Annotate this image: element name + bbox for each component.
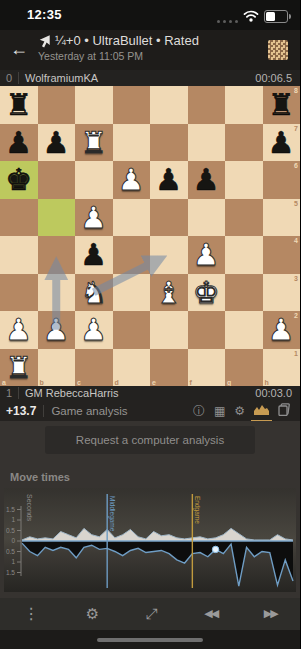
square-g8[interactable] bbox=[225, 86, 263, 124]
menu-button[interactable]: ⋮ bbox=[17, 603, 45, 625]
black-pawn: ♟ bbox=[0, 124, 38, 161]
square-c5[interactable]: ♟ bbox=[75, 199, 113, 237]
square-a1[interactable]: ♜a bbox=[0, 349, 38, 387]
square-e3[interactable]: ♝ bbox=[150, 274, 188, 312]
square-f1[interactable]: f bbox=[188, 349, 226, 387]
board-tab-icon[interactable]: ▦ bbox=[214, 404, 225, 418]
square-e7[interactable] bbox=[150, 124, 188, 162]
square-c2[interactable]: ♟ bbox=[75, 311, 113, 349]
square-e4[interactable] bbox=[150, 236, 188, 274]
square-e6[interactable]: ♟ bbox=[150, 161, 188, 199]
black-pawn: ♟ bbox=[188, 161, 226, 198]
svg-text:0.5: 0.5 bbox=[6, 527, 15, 534]
square-f8[interactable] bbox=[188, 86, 226, 124]
wifi-icon bbox=[243, 10, 259, 22]
square-h2[interactable]: ♟2 bbox=[263, 311, 301, 349]
square-f6[interactable]: ♟ bbox=[188, 161, 226, 199]
move-times-title: Move times bbox=[10, 471, 70, 483]
square-b4[interactable] bbox=[38, 236, 76, 274]
square-d5[interactable] bbox=[113, 199, 151, 237]
game-date: Yesterday at 11:05 PM bbox=[38, 50, 143, 62]
black-pawn: ♟ bbox=[150, 161, 188, 198]
square-c8[interactable] bbox=[75, 86, 113, 124]
svg-text:1: 1 bbox=[11, 558, 15, 565]
square-e5[interactable] bbox=[150, 199, 188, 237]
svg-text:Middlegame: Middlegame bbox=[108, 496, 116, 532]
board-container: ♜♜8♟♟♜♟7♚♟♟♟6♟5♟♟4♞♝♚3♟♟♟♟2♜abcdefgh1 bbox=[0, 86, 300, 386]
player-bottom-name[interactable]: GM RebeccaHarris bbox=[18, 387, 255, 399]
rank-label: 5 bbox=[294, 200, 298, 207]
square-c4[interactable]: ♟ bbox=[75, 236, 113, 274]
white-pawn: ♟ bbox=[0, 311, 38, 348]
square-h7[interactable]: ♟7 bbox=[263, 124, 301, 162]
chess-board: ♜♜8♟♟♜♟7♚♟♟♟6♟5♟♟4♞♝♚3♟♟♟♟2♜abcdefgh1 bbox=[0, 86, 300, 386]
rank-label: 2 bbox=[294, 312, 298, 319]
game-title: ¼+0 • UltraBullet • Rated bbox=[38, 33, 199, 48]
player-top-clock: 00:06.5 bbox=[255, 72, 300, 84]
file-label: a bbox=[2, 379, 6, 386]
book-tab-icon[interactable] bbox=[278, 403, 291, 419]
file-label: b bbox=[40, 379, 44, 386]
square-b3[interactable] bbox=[38, 274, 76, 312]
analysis-label: Game analysis bbox=[43, 405, 193, 417]
rank-label: 4 bbox=[294, 237, 298, 244]
clock-time: 12:35 bbox=[27, 7, 62, 22]
file-label: d bbox=[115, 379, 119, 386]
square-b1[interactable]: b bbox=[38, 349, 76, 387]
square-f7[interactable] bbox=[188, 124, 226, 162]
square-a7[interactable]: ♟ bbox=[0, 124, 38, 162]
rank-label: 7 bbox=[294, 125, 298, 132]
board-thumbnail-icon[interactable] bbox=[268, 40, 288, 60]
square-h6[interactable]: 6 bbox=[263, 161, 301, 199]
file-label: h bbox=[265, 379, 269, 386]
black-king: ♚ bbox=[0, 161, 38, 198]
square-c7[interactable]: ♜ bbox=[75, 124, 113, 162]
engine-tab-icon[interactable]: ⚙ bbox=[234, 404, 245, 418]
bottom-toolbar: ⋮ ⚙ ⤢ ◀◀ ▶▶ bbox=[0, 598, 300, 630]
square-h3[interactable]: 3 bbox=[263, 274, 301, 312]
forward-button[interactable]: ▶▶ bbox=[258, 603, 283, 625]
white-knight: ♞ bbox=[75, 274, 113, 311]
square-a5[interactable] bbox=[0, 199, 38, 237]
square-d7[interactable] bbox=[113, 124, 151, 162]
square-b7[interactable]: ♟ bbox=[38, 124, 76, 162]
square-g5[interactable] bbox=[225, 199, 263, 237]
square-d2[interactable] bbox=[113, 311, 151, 349]
svg-text:0.5: 0.5 bbox=[6, 548, 15, 555]
rank-label: 6 bbox=[294, 162, 298, 169]
white-pawn: ♟ bbox=[188, 236, 226, 273]
file-label: c bbox=[77, 379, 81, 386]
file-label: g bbox=[227, 379, 231, 386]
svg-text:1.5: 1.5 bbox=[6, 506, 15, 513]
svg-text:Seconds: Seconds bbox=[26, 494, 33, 522]
square-g4[interactable] bbox=[225, 236, 263, 274]
svg-text:0: 0 bbox=[11, 537, 15, 544]
black-rook: ♜ bbox=[0, 86, 38, 123]
white-king: ♚ bbox=[188, 274, 226, 311]
square-e2[interactable] bbox=[150, 311, 188, 349]
black-pawn: ♟ bbox=[75, 236, 113, 273]
home-indicator[interactable] bbox=[97, 638, 203, 642]
square-h4[interactable]: 4 bbox=[263, 236, 301, 274]
game-header: ← ¼+0 • UltraBullet • Rated Yesterday at… bbox=[0, 30, 300, 70]
move-times-panel: 1.510.500.511.5SecondsMiddlegameEndgame bbox=[4, 488, 296, 592]
square-d3[interactable] bbox=[113, 274, 151, 312]
white-pawn: ♟ bbox=[113, 161, 151, 198]
player-bottom-score: 1 bbox=[0, 387, 18, 399]
square-b2[interactable]: ♟ bbox=[38, 311, 76, 349]
rank-label: 8 bbox=[294, 87, 298, 94]
white-rook: ♜ bbox=[75, 124, 113, 161]
player-bottom-clock: 00:03.0 bbox=[255, 387, 300, 399]
square-e1[interactable]: e bbox=[150, 349, 188, 387]
player-row-bottom: 1 GM RebeccaHarris 00:03.0 bbox=[0, 386, 300, 400]
info-tab-icon[interactable]: ⓘ bbox=[193, 404, 205, 418]
square-g6[interactable] bbox=[225, 161, 263, 199]
square-c6[interactable] bbox=[75, 161, 113, 199]
rank-label: 1 bbox=[294, 350, 298, 357]
square-g1[interactable]: g bbox=[225, 349, 263, 387]
square-d4[interactable] bbox=[113, 236, 151, 274]
backward-button[interactable]: ◀◀ bbox=[198, 603, 223, 625]
square-f4[interactable]: ♟ bbox=[188, 236, 226, 274]
analysis-bar: +13.7 Game analysis ⓘ ▦ ⚙ bbox=[0, 400, 300, 421]
square-h8[interactable]: ♜8 bbox=[263, 86, 301, 124]
bullet-cursor-icon bbox=[38, 34, 51, 48]
square-a6[interactable]: ♚ bbox=[0, 161, 38, 199]
square-b5[interactable] bbox=[38, 199, 76, 237]
analysis-tabs: ⓘ ▦ ⚙ bbox=[193, 403, 300, 419]
chart-tab-icon[interactable] bbox=[254, 404, 269, 418]
rank-label: 3 bbox=[294, 275, 298, 282]
settings-button[interactable]: ⚙ bbox=[80, 603, 105, 625]
analysis-content: Request a computer analysis Move times 1… bbox=[0, 421, 300, 598]
status-icons bbox=[217, 9, 288, 23]
svg-text:1.5: 1.5 bbox=[6, 569, 15, 576]
svg-text:Endgame: Endgame bbox=[193, 496, 201, 524]
white-pawn: ♟ bbox=[38, 311, 76, 348]
cellular-signal-icon bbox=[217, 9, 238, 23]
square-g3[interactable] bbox=[225, 274, 263, 312]
black-pawn: ♟ bbox=[38, 124, 76, 161]
square-d6[interactable]: ♟ bbox=[113, 161, 151, 199]
file-label: e bbox=[152, 379, 156, 386]
player-top-name[interactable]: WolframiumKA bbox=[18, 72, 255, 84]
white-pawn: ♟ bbox=[75, 199, 113, 236]
white-bishop: ♝ bbox=[150, 274, 188, 311]
square-c3[interactable]: ♞ bbox=[75, 274, 113, 312]
square-f2[interactable] bbox=[188, 311, 226, 349]
bottom-strip bbox=[0, 630, 300, 649]
square-b8[interactable] bbox=[38, 86, 76, 124]
expand-button[interactable]: ⤢ bbox=[140, 603, 164, 625]
battery-icon bbox=[264, 10, 288, 23]
square-d1[interactable]: d bbox=[113, 349, 151, 387]
request-analysis-button[interactable]: Request a computer analysis bbox=[45, 426, 255, 454]
square-a8[interactable]: ♜ bbox=[0, 86, 38, 124]
square-e8[interactable] bbox=[150, 86, 188, 124]
square-a2[interactable]: ♟ bbox=[0, 311, 38, 349]
square-a4[interactable] bbox=[0, 236, 38, 274]
player-row-top: 0 WolframiumKA 00:06.5 bbox=[0, 70, 300, 86]
player-top-score: 0 bbox=[0, 72, 18, 84]
status-bar: 12:35 bbox=[0, 0, 300, 30]
back-button[interactable]: ← bbox=[10, 38, 28, 60]
square-g2[interactable] bbox=[225, 311, 263, 349]
square-h5[interactable]: 5 bbox=[263, 199, 301, 237]
lichess-app: 12:35 ← ¼+0 • UltraBullet • Rated Yester… bbox=[0, 0, 300, 649]
move-times-chart: 1.510.500.511.5SecondsMiddlegameEndgame bbox=[4, 488, 296, 592]
square-b6[interactable] bbox=[38, 161, 76, 199]
square-g7[interactable] bbox=[225, 124, 263, 162]
square-h1[interactable]: h1 bbox=[263, 349, 301, 387]
square-f5[interactable] bbox=[188, 199, 226, 237]
square-c1[interactable]: c bbox=[75, 349, 113, 387]
square-d8[interactable] bbox=[113, 86, 151, 124]
white-pawn: ♟ bbox=[75, 311, 113, 348]
svg-text:1: 1 bbox=[11, 516, 15, 523]
eval-value: +13.7 bbox=[0, 404, 43, 418]
square-f3[interactable]: ♚ bbox=[188, 274, 226, 312]
file-label: f bbox=[190, 379, 192, 386]
square-a3[interactable] bbox=[0, 274, 38, 312]
game-title-text: ¼+0 • UltraBullet • Rated bbox=[55, 33, 199, 48]
